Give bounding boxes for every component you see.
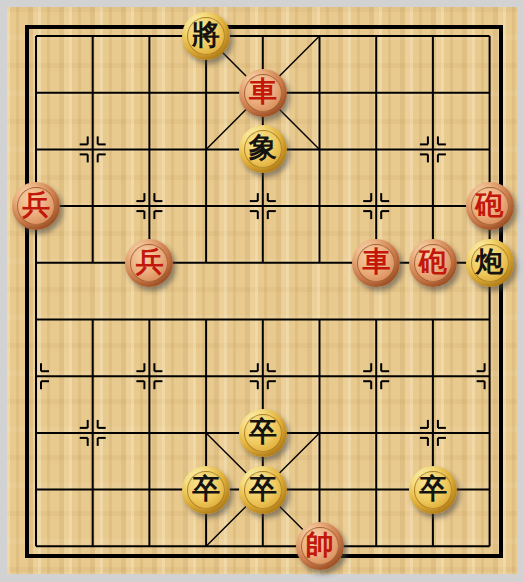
red-cannon-glyph: 砲 <box>419 248 447 276</box>
red-chariot-glyph: 車 <box>362 248 390 276</box>
piece-red-general[interactable]: 帥 <box>296 522 344 570</box>
piece-black-elephant[interactable]: 象 <box>239 125 287 173</box>
red-general-glyph: 帥 <box>306 531 334 559</box>
piece-red-chariot[interactable]: 車 <box>239 69 287 117</box>
piece-face: 帥 <box>301 527 339 565</box>
piece-black-general[interactable]: 將 <box>182 12 230 60</box>
piece-face: 砲 <box>414 244 452 282</box>
red-cannon-glyph: 砲 <box>476 191 504 219</box>
piece-face: 炮 <box>471 244 509 282</box>
piece-face: 卒 <box>244 414 282 452</box>
piece-face: 卒 <box>244 471 282 509</box>
black-soldier-glyph: 卒 <box>249 418 277 446</box>
piece-red-cannon[interactable]: 砲 <box>466 182 514 230</box>
piece-face: 砲 <box>471 187 509 225</box>
black-cannon-glyph: 炮 <box>476 248 504 276</box>
piece-black-soldier[interactable]: 卒 <box>239 466 287 514</box>
piece-face: 車 <box>357 244 395 282</box>
piece-black-soldier[interactable]: 卒 <box>409 466 457 514</box>
piece-face: 將 <box>187 17 225 55</box>
piece-red-chariot[interactable]: 車 <box>352 239 400 287</box>
black-soldier-glyph: 卒 <box>419 475 447 503</box>
piece-face: 兵 <box>130 244 168 282</box>
piece-face: 卒 <box>414 471 452 509</box>
red-soldier-glyph: 兵 <box>22 191 50 219</box>
piece-face: 兵 <box>17 187 55 225</box>
piece-black-soldier[interactable]: 卒 <box>239 409 287 457</box>
black-soldier-glyph: 卒 <box>249 475 277 503</box>
piece-black-cannon[interactable]: 炮 <box>466 239 514 287</box>
xiangqi-board: 將車象兵砲兵車砲炮卒卒卒卒帥 <box>0 0 524 582</box>
piece-face: 卒 <box>187 471 225 509</box>
piece-red-soldier[interactable]: 兵 <box>12 182 60 230</box>
black-general-glyph: 將 <box>192 21 220 49</box>
piece-red-soldier[interactable]: 兵 <box>125 239 173 287</box>
piece-red-cannon[interactable]: 砲 <box>409 239 457 287</box>
piece-black-soldier[interactable]: 卒 <box>182 466 230 514</box>
piece-face: 象 <box>244 130 282 168</box>
red-chariot-glyph: 車 <box>249 78 277 106</box>
piece-face: 車 <box>244 74 282 112</box>
red-soldier-glyph: 兵 <box>135 248 163 276</box>
black-elephant-glyph: 象 <box>249 134 277 162</box>
black-soldier-glyph: 卒 <box>192 475 220 503</box>
